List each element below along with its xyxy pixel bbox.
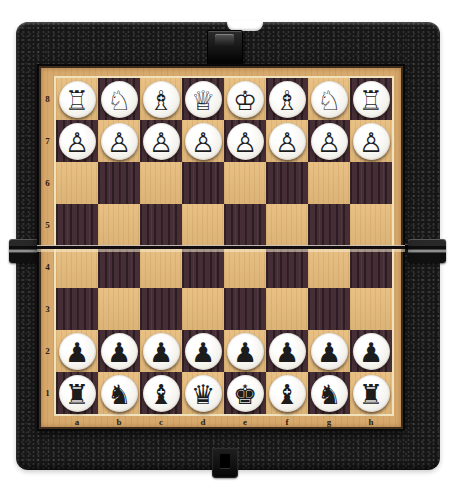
white-bishop-disc[interactable]: ♗ xyxy=(269,81,306,118)
square-g2[interactable]: ♟ xyxy=(308,330,350,372)
file-label-b: b xyxy=(98,416,140,427)
black-knight-disc[interactable]: ♞ xyxy=(311,375,348,412)
white-pawn-glyph: ♙ xyxy=(359,129,383,156)
rank-label-4: 4 xyxy=(41,246,54,288)
square-b7[interactable]: ♙ xyxy=(98,120,140,162)
rank-label-2: 2 xyxy=(41,330,54,372)
square-b2[interactable]: ♟ xyxy=(98,330,140,372)
square-f7[interactable]: ♙ xyxy=(266,120,308,162)
black-pawn-glyph: ♟ xyxy=(107,339,131,366)
top-latch-knob xyxy=(215,34,234,47)
white-knight-glyph: ♘ xyxy=(107,87,131,114)
white-queen-glyph: ♕ xyxy=(191,87,215,114)
white-pawn-glyph: ♙ xyxy=(107,129,131,156)
square-c7[interactable]: ♙ xyxy=(140,120,182,162)
black-queen-glyph: ♛ xyxy=(191,381,215,408)
square-d5[interactable] xyxy=(182,204,224,246)
square-c2[interactable]: ♟ xyxy=(140,330,182,372)
black-pawn-glyph: ♟ xyxy=(317,339,341,366)
square-a1[interactable]: ♜ xyxy=(56,372,98,414)
white-pawn-glyph: ♙ xyxy=(233,129,257,156)
black-knight-disc[interactable]: ♞ xyxy=(101,375,138,412)
square-c3[interactable] xyxy=(140,288,182,330)
file-labels: abcdefgh xyxy=(56,416,392,427)
square-f6[interactable] xyxy=(266,162,308,204)
white-pawn-disc[interactable]: ♙ xyxy=(185,123,222,160)
square-h2[interactable]: ♟ xyxy=(350,330,392,372)
square-a2[interactable]: ♟ xyxy=(56,330,98,372)
black-pawn-disc[interactable]: ♟ xyxy=(311,333,348,370)
white-pawn-glyph: ♙ xyxy=(191,129,215,156)
chess-board: 87654321 ♖♘♗♕♔♗♘♖♙♙♙♙♙♙♙♙♟♟♟♟♟♟♟♟♜♞♝♛♚♝♞… xyxy=(39,66,403,429)
square-g4[interactable] xyxy=(308,246,350,288)
black-king-glyph: ♚ xyxy=(233,381,257,408)
square-d8[interactable]: ♕ xyxy=(182,78,224,120)
black-rook-disc[interactable]: ♜ xyxy=(59,375,96,412)
board-fold-seam xyxy=(37,245,405,252)
black-bishop-glyph: ♝ xyxy=(275,381,299,408)
white-pawn-disc[interactable]: ♙ xyxy=(353,123,390,160)
square-e7[interactable]: ♙ xyxy=(224,120,266,162)
black-rook-disc[interactable]: ♜ xyxy=(353,375,390,412)
square-g5[interactable] xyxy=(308,204,350,246)
photo-background: 87654321 ♖♘♗♕♔♗♘♖♙♙♙♙♙♙♙♙♟♟♟♟♟♟♟♟♜♞♝♛♚♝♞… xyxy=(0,0,449,500)
square-d7[interactable]: ♙ xyxy=(182,120,224,162)
square-g6[interactable] xyxy=(308,162,350,204)
square-f1[interactable]: ♝ xyxy=(266,372,308,414)
square-e2[interactable]: ♟ xyxy=(224,330,266,372)
square-h3[interactable] xyxy=(350,288,392,330)
square-d2[interactable]: ♟ xyxy=(182,330,224,372)
white-rook-glyph: ♖ xyxy=(359,87,383,114)
white-rook-disc[interactable]: ♖ xyxy=(59,81,96,118)
square-h7[interactable]: ♙ xyxy=(350,120,392,162)
square-h6[interactable] xyxy=(350,162,392,204)
square-a5[interactable] xyxy=(56,204,98,246)
square-e5[interactable] xyxy=(224,204,266,246)
black-pawn-glyph: ♟ xyxy=(65,339,89,366)
white-king-glyph: ♔ xyxy=(233,87,257,114)
black-king-disc[interactable]: ♚ xyxy=(227,375,264,412)
square-g8[interactable]: ♘ xyxy=(308,78,350,120)
white-bishop-glyph: ♗ xyxy=(275,87,299,114)
white-pawn-glyph: ♙ xyxy=(149,129,173,156)
square-h5[interactable] xyxy=(350,204,392,246)
square-c1[interactable]: ♝ xyxy=(140,372,182,414)
square-b1[interactable]: ♞ xyxy=(98,372,140,414)
square-a8[interactable]: ♖ xyxy=(56,78,98,120)
file-label-c: c xyxy=(140,416,182,427)
white-queen-disc[interactable]: ♕ xyxy=(185,81,222,118)
black-bishop-glyph: ♝ xyxy=(149,381,173,408)
white-pawn-disc[interactable]: ♙ xyxy=(269,123,306,160)
left-hinge xyxy=(9,239,39,263)
square-e1[interactable]: ♚ xyxy=(224,372,266,414)
black-queen-disc[interactable]: ♛ xyxy=(185,375,222,412)
square-d6[interactable] xyxy=(182,162,224,204)
white-pawn-disc[interactable]: ♙ xyxy=(143,123,180,160)
black-bishop-disc[interactable]: ♝ xyxy=(269,375,306,412)
file-label-g: g xyxy=(308,416,350,427)
square-f5[interactable] xyxy=(266,204,308,246)
white-pawn-glyph: ♙ xyxy=(275,129,299,156)
square-g1[interactable]: ♞ xyxy=(308,372,350,414)
black-pawn-glyph: ♟ xyxy=(359,339,383,366)
white-bishop-disc[interactable]: ♗ xyxy=(143,81,180,118)
square-f2[interactable]: ♟ xyxy=(266,330,308,372)
white-pawn-disc[interactable]: ♙ xyxy=(101,123,138,160)
square-h4[interactable] xyxy=(350,246,392,288)
square-d4[interactable] xyxy=(182,246,224,288)
black-pawn-disc[interactable]: ♟ xyxy=(227,333,264,370)
rank-label-5: 5 xyxy=(41,204,54,246)
black-pawn-disc[interactable]: ♟ xyxy=(143,333,180,370)
file-label-d: d xyxy=(182,416,224,427)
square-f4[interactable] xyxy=(266,246,308,288)
square-b4[interactable] xyxy=(98,246,140,288)
square-c6[interactable] xyxy=(140,162,182,204)
square-e4[interactable] xyxy=(224,246,266,288)
white-pawn-disc[interactable]: ♙ xyxy=(227,123,264,160)
black-pawn-disc[interactable]: ♟ xyxy=(269,333,306,370)
square-b5[interactable] xyxy=(98,204,140,246)
rank-label-1: 1 xyxy=(41,372,54,414)
white-rook-glyph: ♖ xyxy=(65,87,89,114)
square-c8[interactable]: ♗ xyxy=(140,78,182,120)
white-knight-disc[interactable]: ♘ xyxy=(101,81,138,118)
square-e6[interactable] xyxy=(224,162,266,204)
right-hinge xyxy=(408,239,446,263)
square-h8[interactable]: ♖ xyxy=(350,78,392,120)
white-pawn-glyph: ♙ xyxy=(65,129,89,156)
top-latch xyxy=(207,30,243,70)
black-pawn-disc[interactable]: ♟ xyxy=(185,333,222,370)
white-pawn-glyph: ♙ xyxy=(317,129,341,156)
file-label-h: h xyxy=(350,416,392,427)
square-c5[interactable] xyxy=(140,204,182,246)
black-pawn-glyph: ♟ xyxy=(149,339,173,366)
black-rook-glyph: ♜ xyxy=(359,381,383,408)
square-a7[interactable]: ♙ xyxy=(56,120,98,162)
square-b3[interactable] xyxy=(98,288,140,330)
square-b6[interactable] xyxy=(98,162,140,204)
square-g7[interactable]: ♙ xyxy=(308,120,350,162)
square-f8[interactable]: ♗ xyxy=(266,78,308,120)
black-bishop-disc[interactable]: ♝ xyxy=(143,375,180,412)
black-knight-glyph: ♞ xyxy=(317,381,341,408)
black-knight-glyph: ♞ xyxy=(107,381,131,408)
square-a4[interactable] xyxy=(56,246,98,288)
rank-label-7: 7 xyxy=(41,120,54,162)
file-label-f: f xyxy=(266,416,308,427)
file-label-e: e xyxy=(224,416,266,427)
white-bishop-glyph: ♗ xyxy=(149,87,173,114)
bottom-latch-slot xyxy=(220,454,230,468)
black-pawn-disc[interactable]: ♟ xyxy=(59,333,96,370)
white-king-disc[interactable]: ♔ xyxy=(227,81,264,118)
square-e3[interactable] xyxy=(224,288,266,330)
black-pawn-glyph: ♟ xyxy=(275,339,299,366)
square-h1[interactable]: ♜ xyxy=(350,372,392,414)
square-d3[interactable] xyxy=(182,288,224,330)
rank-label-6: 6 xyxy=(41,162,54,204)
chess-case: 87654321 ♖♘♗♕♔♗♘♖♙♙♙♙♙♙♙♙♟♟♟♟♟♟♟♟♜♞♝♛♚♝♞… xyxy=(16,22,440,470)
black-pawn-glyph: ♟ xyxy=(191,339,215,366)
square-c4[interactable] xyxy=(140,246,182,288)
white-pawn-disc[interactable]: ♙ xyxy=(59,123,96,160)
black-pawn-disc[interactable]: ♟ xyxy=(101,333,138,370)
white-knight-glyph: ♘ xyxy=(317,87,341,114)
black-pawn-disc[interactable]: ♟ xyxy=(353,333,390,370)
bottom-latch xyxy=(212,448,238,478)
square-d1[interactable]: ♛ xyxy=(182,372,224,414)
white-knight-disc[interactable]: ♘ xyxy=(311,81,348,118)
square-e8[interactable]: ♔ xyxy=(224,78,266,120)
square-g3[interactable] xyxy=(308,288,350,330)
white-rook-disc[interactable]: ♖ xyxy=(353,81,390,118)
black-pawn-glyph: ♟ xyxy=(233,339,257,366)
rank-label-8: 8 xyxy=(41,78,54,120)
white-pawn-disc[interactable]: ♙ xyxy=(311,123,348,160)
black-rook-glyph: ♜ xyxy=(65,381,89,408)
square-a6[interactable] xyxy=(56,162,98,204)
file-label-a: a xyxy=(56,416,98,427)
square-b8[interactable]: ♘ xyxy=(98,78,140,120)
square-f3[interactable] xyxy=(266,288,308,330)
rank-label-3: 3 xyxy=(41,288,54,330)
square-a3[interactable] xyxy=(56,288,98,330)
